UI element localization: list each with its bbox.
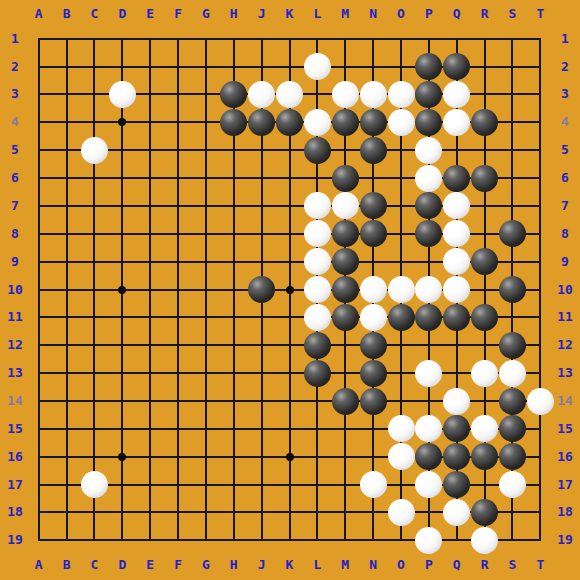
intersection-K9[interactable] (276, 248, 304, 276)
intersection-F16[interactable] (164, 443, 192, 471)
intersection-E6[interactable] (136, 164, 164, 192)
intersection-T12[interactable] (526, 331, 554, 359)
intersection-S12[interactable] (498, 331, 526, 359)
intersection-S9[interactable] (498, 248, 526, 276)
intersection-O8[interactable] (387, 220, 415, 248)
intersection-Q16[interactable] (443, 443, 471, 471)
intersection-K1[interactable] (276, 25, 304, 53)
intersection-F14[interactable] (164, 387, 192, 415)
intersection-E17[interactable] (136, 471, 164, 499)
intersection-K13[interactable] (276, 359, 304, 387)
intersection-B4[interactable] (53, 108, 81, 136)
intersection-A1[interactable] (25, 25, 53, 53)
intersection-J19[interactable] (248, 526, 276, 554)
intersection-J6[interactable] (248, 164, 276, 192)
intersection-J12[interactable] (248, 331, 276, 359)
intersection-M4[interactable] (331, 108, 359, 136)
intersection-R2[interactable] (471, 53, 499, 81)
intersection-T16[interactable] (526, 443, 554, 471)
intersection-B15[interactable] (53, 415, 81, 443)
intersection-N10[interactable] (359, 276, 387, 304)
intersection-Q1[interactable] (443, 25, 471, 53)
intersection-C15[interactable] (80, 415, 108, 443)
intersection-S7[interactable] (498, 192, 526, 220)
intersection-K6[interactable] (276, 164, 304, 192)
intersection-A7[interactable] (25, 192, 53, 220)
intersection-F18[interactable] (164, 498, 192, 526)
intersection-P14[interactable] (415, 387, 443, 415)
intersection-L5[interactable] (303, 136, 331, 164)
intersection-H7[interactable] (220, 192, 248, 220)
intersection-K12[interactable] (276, 331, 304, 359)
intersection-L19[interactable] (303, 526, 331, 554)
intersection-H19[interactable] (220, 526, 248, 554)
intersection-Q9[interactable] (443, 248, 471, 276)
intersection-E11[interactable] (136, 303, 164, 331)
intersection-L12[interactable] (303, 331, 331, 359)
intersection-B6[interactable] (53, 164, 81, 192)
intersection-K11[interactable] (276, 303, 304, 331)
intersection-R14[interactable] (471, 387, 499, 415)
intersection-H8[interactable] (220, 220, 248, 248)
intersection-D18[interactable] (108, 498, 136, 526)
intersection-J11[interactable] (248, 303, 276, 331)
intersection-E19[interactable] (136, 526, 164, 554)
intersection-E4[interactable] (136, 108, 164, 136)
intersection-Q5[interactable] (443, 136, 471, 164)
intersection-P10[interactable] (415, 276, 443, 304)
intersection-G3[interactable] (192, 80, 220, 108)
intersection-P13[interactable] (415, 359, 443, 387)
intersection-R19[interactable] (471, 526, 499, 554)
intersection-M10[interactable] (331, 276, 359, 304)
intersection-N18[interactable] (359, 498, 387, 526)
intersection-N12[interactable] (359, 331, 387, 359)
intersection-A13[interactable] (25, 359, 53, 387)
intersection-F15[interactable] (164, 415, 192, 443)
intersection-M19[interactable] (331, 526, 359, 554)
intersection-R4[interactable] (471, 108, 499, 136)
intersection-J15[interactable] (248, 415, 276, 443)
intersection-Q10[interactable] (443, 276, 471, 304)
intersection-J13[interactable] (248, 359, 276, 387)
intersection-L17[interactable] (303, 471, 331, 499)
intersection-M12[interactable] (331, 331, 359, 359)
intersection-B2[interactable] (53, 53, 81, 81)
intersection-D10[interactable] (108, 276, 136, 304)
intersection-B17[interactable] (53, 471, 81, 499)
intersection-J3[interactable] (248, 80, 276, 108)
intersection-F4[interactable] (164, 108, 192, 136)
go-board[interactable]: AA11BB22CC33DD44EE55FF66GG77HH88JJ99KK10… (0, 0, 580, 580)
intersection-T13[interactable] (526, 359, 554, 387)
intersection-O2[interactable] (387, 53, 415, 81)
intersection-S8[interactable] (498, 220, 526, 248)
intersection-N19[interactable] (359, 526, 387, 554)
intersection-E2[interactable] (136, 53, 164, 81)
intersection-S13[interactable] (498, 359, 526, 387)
intersection-B11[interactable] (53, 303, 81, 331)
intersection-D12[interactable] (108, 331, 136, 359)
intersection-K19[interactable] (276, 526, 304, 554)
intersection-M15[interactable] (331, 415, 359, 443)
intersection-F6[interactable] (164, 164, 192, 192)
intersection-D15[interactable] (108, 415, 136, 443)
intersection-D8[interactable] (108, 220, 136, 248)
intersection-F10[interactable] (164, 276, 192, 304)
intersection-Q18[interactable] (443, 498, 471, 526)
intersection-Q15[interactable] (443, 415, 471, 443)
intersection-S18[interactable] (498, 498, 526, 526)
intersection-G11[interactable] (192, 303, 220, 331)
intersection-G10[interactable] (192, 276, 220, 304)
intersection-F12[interactable] (164, 331, 192, 359)
intersection-C2[interactable] (80, 53, 108, 81)
intersection-O4[interactable] (387, 108, 415, 136)
intersection-P9[interactable] (415, 248, 443, 276)
intersection-N2[interactable] (359, 53, 387, 81)
intersection-T17[interactable] (526, 471, 554, 499)
intersection-H12[interactable] (220, 331, 248, 359)
intersection-L2[interactable] (303, 53, 331, 81)
intersection-K2[interactable] (276, 53, 304, 81)
intersection-B8[interactable] (53, 220, 81, 248)
intersection-H10[interactable] (220, 276, 248, 304)
intersection-G15[interactable] (192, 415, 220, 443)
intersection-T5[interactable] (526, 136, 554, 164)
intersection-N5[interactable] (359, 136, 387, 164)
intersection-E8[interactable] (136, 220, 164, 248)
intersection-G19[interactable] (192, 526, 220, 554)
intersection-M9[interactable] (331, 248, 359, 276)
intersection-O12[interactable] (387, 331, 415, 359)
intersection-S14[interactable] (498, 387, 526, 415)
intersection-G13[interactable] (192, 359, 220, 387)
intersection-O9[interactable] (387, 248, 415, 276)
intersection-O6[interactable] (387, 164, 415, 192)
intersection-T19[interactable] (526, 526, 554, 554)
intersection-M16[interactable] (331, 443, 359, 471)
intersection-O11[interactable] (387, 303, 415, 331)
intersection-J9[interactable] (248, 248, 276, 276)
intersection-M1[interactable] (331, 25, 359, 53)
intersection-B16[interactable] (53, 443, 81, 471)
intersection-J4[interactable] (248, 108, 276, 136)
intersection-G14[interactable] (192, 387, 220, 415)
intersection-F2[interactable] (164, 53, 192, 81)
intersection-P12[interactable] (415, 331, 443, 359)
intersection-H3[interactable] (220, 80, 248, 108)
intersection-D16[interactable] (108, 443, 136, 471)
intersection-L10[interactable] (303, 276, 331, 304)
intersection-D13[interactable] (108, 359, 136, 387)
intersection-S17[interactable] (498, 471, 526, 499)
intersection-F5[interactable] (164, 136, 192, 164)
intersection-T14[interactable] (526, 387, 554, 415)
intersection-G1[interactable] (192, 25, 220, 53)
intersection-O14[interactable] (387, 387, 415, 415)
intersection-B9[interactable] (53, 248, 81, 276)
intersection-E12[interactable] (136, 331, 164, 359)
intersection-A9[interactable] (25, 248, 53, 276)
intersection-N7[interactable] (359, 192, 387, 220)
intersection-R12[interactable] (471, 331, 499, 359)
intersection-T6[interactable] (526, 164, 554, 192)
intersection-R17[interactable] (471, 471, 499, 499)
intersection-F7[interactable] (164, 192, 192, 220)
intersection-C19[interactable] (80, 526, 108, 554)
intersection-N9[interactable] (359, 248, 387, 276)
intersection-J5[interactable] (248, 136, 276, 164)
intersection-T1[interactable] (526, 25, 554, 53)
intersection-C7[interactable] (80, 192, 108, 220)
intersection-L6[interactable] (303, 164, 331, 192)
intersection-Q19[interactable] (443, 526, 471, 554)
intersection-C12[interactable] (80, 331, 108, 359)
intersection-P8[interactable] (415, 220, 443, 248)
intersection-T18[interactable] (526, 498, 554, 526)
intersection-C8[interactable] (80, 220, 108, 248)
intersection-Q11[interactable] (443, 303, 471, 331)
intersection-T10[interactable] (526, 276, 554, 304)
intersection-Q17[interactable] (443, 471, 471, 499)
intersection-A3[interactable] (25, 80, 53, 108)
intersection-B5[interactable] (53, 136, 81, 164)
intersection-S11[interactable] (498, 303, 526, 331)
intersection-A11[interactable] (25, 303, 53, 331)
intersection-R16[interactable] (471, 443, 499, 471)
intersection-E5[interactable] (136, 136, 164, 164)
intersection-K17[interactable] (276, 471, 304, 499)
intersection-T2[interactable] (526, 53, 554, 81)
intersection-C13[interactable] (80, 359, 108, 387)
intersection-E18[interactable] (136, 498, 164, 526)
intersection-L18[interactable] (303, 498, 331, 526)
intersection-H2[interactable] (220, 53, 248, 81)
intersection-L8[interactable] (303, 220, 331, 248)
intersection-B10[interactable] (53, 276, 81, 304)
intersection-D17[interactable] (108, 471, 136, 499)
intersection-M14[interactable] (331, 387, 359, 415)
intersection-A17[interactable] (25, 471, 53, 499)
intersection-H1[interactable] (220, 25, 248, 53)
intersection-H13[interactable] (220, 359, 248, 387)
intersection-Q14[interactable] (443, 387, 471, 415)
intersection-T11[interactable] (526, 303, 554, 331)
intersection-K14[interactable] (276, 387, 304, 415)
intersection-E14[interactable] (136, 387, 164, 415)
intersection-R11[interactable] (471, 303, 499, 331)
intersection-N14[interactable] (359, 387, 387, 415)
intersection-J14[interactable] (248, 387, 276, 415)
intersection-F8[interactable] (164, 220, 192, 248)
intersection-A8[interactable] (25, 220, 53, 248)
intersection-A16[interactable] (25, 443, 53, 471)
intersection-H17[interactable] (220, 471, 248, 499)
intersection-O1[interactable] (387, 25, 415, 53)
intersection-C9[interactable] (80, 248, 108, 276)
intersection-Q3[interactable] (443, 80, 471, 108)
intersection-B7[interactable] (53, 192, 81, 220)
intersection-D11[interactable] (108, 303, 136, 331)
intersection-S4[interactable] (498, 108, 526, 136)
intersection-T15[interactable] (526, 415, 554, 443)
intersection-O17[interactable] (387, 471, 415, 499)
intersection-P1[interactable] (415, 25, 443, 53)
intersection-J2[interactable] (248, 53, 276, 81)
intersection-E10[interactable] (136, 276, 164, 304)
intersection-C1[interactable] (80, 25, 108, 53)
intersection-D19[interactable] (108, 526, 136, 554)
intersection-B3[interactable] (53, 80, 81, 108)
intersection-M13[interactable] (331, 359, 359, 387)
intersection-R7[interactable] (471, 192, 499, 220)
intersection-K15[interactable] (276, 415, 304, 443)
intersection-K8[interactable] (276, 220, 304, 248)
intersection-H18[interactable] (220, 498, 248, 526)
intersection-Q4[interactable] (443, 108, 471, 136)
intersection-G17[interactable] (192, 471, 220, 499)
intersection-K5[interactable] (276, 136, 304, 164)
intersection-O15[interactable] (387, 415, 415, 443)
intersection-R10[interactable] (471, 276, 499, 304)
intersection-D1[interactable] (108, 25, 136, 53)
intersection-H6[interactable] (220, 164, 248, 192)
intersection-F9[interactable] (164, 248, 192, 276)
intersection-N1[interactable] (359, 25, 387, 53)
intersection-C10[interactable] (80, 276, 108, 304)
intersection-A6[interactable] (25, 164, 53, 192)
intersection-B13[interactable] (53, 359, 81, 387)
intersection-R5[interactable] (471, 136, 499, 164)
intersection-F17[interactable] (164, 471, 192, 499)
intersection-K3[interactable] (276, 80, 304, 108)
intersection-G9[interactable] (192, 248, 220, 276)
intersection-K16[interactable] (276, 443, 304, 471)
intersection-D4[interactable] (108, 108, 136, 136)
intersection-A19[interactable] (25, 526, 53, 554)
intersection-S15[interactable] (498, 415, 526, 443)
intersection-Q2[interactable] (443, 53, 471, 81)
intersection-C5[interactable] (80, 136, 108, 164)
intersection-L11[interactable] (303, 303, 331, 331)
intersection-O7[interactable] (387, 192, 415, 220)
intersection-T4[interactable] (526, 108, 554, 136)
intersection-L1[interactable] (303, 25, 331, 53)
intersection-J18[interactable] (248, 498, 276, 526)
intersection-G8[interactable] (192, 220, 220, 248)
intersection-J8[interactable] (248, 220, 276, 248)
intersection-D2[interactable] (108, 53, 136, 81)
intersection-M3[interactable] (331, 80, 359, 108)
intersection-H11[interactable] (220, 303, 248, 331)
intersection-Q8[interactable] (443, 220, 471, 248)
intersection-S3[interactable] (498, 80, 526, 108)
intersection-G16[interactable] (192, 443, 220, 471)
intersection-M7[interactable] (331, 192, 359, 220)
intersection-H16[interactable] (220, 443, 248, 471)
intersection-Q13[interactable] (443, 359, 471, 387)
intersection-J16[interactable] (248, 443, 276, 471)
intersection-L4[interactable] (303, 108, 331, 136)
intersection-O16[interactable] (387, 443, 415, 471)
intersection-R6[interactable] (471, 164, 499, 192)
intersection-K7[interactable] (276, 192, 304, 220)
intersection-D3[interactable] (108, 80, 136, 108)
intersection-P19[interactable] (415, 526, 443, 554)
intersection-G7[interactable] (192, 192, 220, 220)
intersection-D9[interactable] (108, 248, 136, 276)
intersection-O3[interactable] (387, 80, 415, 108)
intersection-J7[interactable] (248, 192, 276, 220)
intersection-P4[interactable] (415, 108, 443, 136)
intersection-R18[interactable] (471, 498, 499, 526)
intersection-L9[interactable] (303, 248, 331, 276)
intersection-N4[interactable] (359, 108, 387, 136)
intersection-S19[interactable] (498, 526, 526, 554)
intersection-B12[interactable] (53, 331, 81, 359)
intersection-B14[interactable] (53, 387, 81, 415)
intersection-H4[interactable] (220, 108, 248, 136)
intersection-T7[interactable] (526, 192, 554, 220)
intersection-B19[interactable] (53, 526, 81, 554)
intersection-L15[interactable] (303, 415, 331, 443)
intersection-C4[interactable] (80, 108, 108, 136)
intersection-M17[interactable] (331, 471, 359, 499)
intersection-A4[interactable] (25, 108, 53, 136)
intersection-P15[interactable] (415, 415, 443, 443)
intersection-E9[interactable] (136, 248, 164, 276)
intersection-G5[interactable] (192, 136, 220, 164)
intersection-M8[interactable] (331, 220, 359, 248)
intersection-P5[interactable] (415, 136, 443, 164)
intersection-N11[interactable] (359, 303, 387, 331)
intersection-C3[interactable] (80, 80, 108, 108)
intersection-B1[interactable] (53, 25, 81, 53)
intersection-O18[interactable] (387, 498, 415, 526)
intersection-N17[interactable] (359, 471, 387, 499)
intersection-M5[interactable] (331, 136, 359, 164)
intersection-G4[interactable] (192, 108, 220, 136)
intersection-E15[interactable] (136, 415, 164, 443)
intersection-E13[interactable] (136, 359, 164, 387)
intersection-P6[interactable] (415, 164, 443, 192)
intersection-P18[interactable] (415, 498, 443, 526)
intersection-T9[interactable] (526, 248, 554, 276)
intersection-R3[interactable] (471, 80, 499, 108)
intersection-N8[interactable] (359, 220, 387, 248)
intersection-S1[interactable] (498, 25, 526, 53)
intersection-F11[interactable] (164, 303, 192, 331)
intersection-D6[interactable] (108, 164, 136, 192)
intersection-N6[interactable] (359, 164, 387, 192)
intersection-P2[interactable] (415, 53, 443, 81)
intersection-G12[interactable] (192, 331, 220, 359)
intersection-E16[interactable] (136, 443, 164, 471)
intersection-L14[interactable] (303, 387, 331, 415)
intersection-R15[interactable] (471, 415, 499, 443)
intersection-L3[interactable] (303, 80, 331, 108)
intersection-C6[interactable] (80, 164, 108, 192)
intersection-R9[interactable] (471, 248, 499, 276)
intersection-C16[interactable] (80, 443, 108, 471)
intersection-E3[interactable] (136, 80, 164, 108)
intersection-S16[interactable] (498, 443, 526, 471)
intersection-F1[interactable] (164, 25, 192, 53)
intersection-L7[interactable] (303, 192, 331, 220)
intersection-N3[interactable] (359, 80, 387, 108)
intersection-Q12[interactable] (443, 331, 471, 359)
